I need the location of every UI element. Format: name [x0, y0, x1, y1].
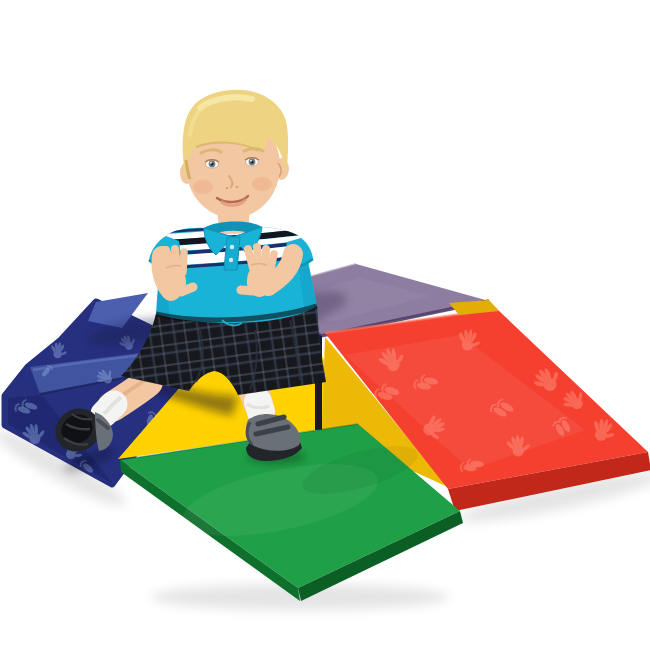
- product-photo: [0, 0, 650, 650]
- product-photo-canvas: [0, 0, 650, 650]
- placket: [224, 237, 240, 270]
- right-eye: [245, 158, 259, 166]
- button-top: [230, 245, 234, 249]
- button-bottom: [229, 258, 233, 262]
- head: [180, 90, 289, 218]
- left-eye: [205, 160, 219, 168]
